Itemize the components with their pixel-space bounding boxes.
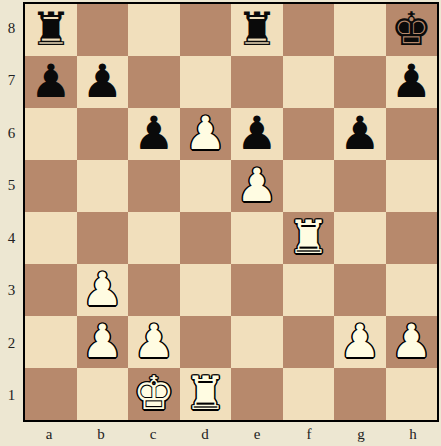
square-e3[interactable] [231,264,283,316]
square-b7[interactable]: ♟ [77,56,129,108]
rank-label-7: 7 [8,73,16,88]
square-e8[interactable]: ♜ [231,4,283,56]
piece-white-pawn[interactable]: ♟ [82,266,123,312]
square-c8[interactable] [128,4,180,56]
square-b4[interactable] [77,212,129,264]
piece-white-king[interactable]: ♚ [133,370,174,416]
square-b2[interactable]: ♟ [77,316,129,368]
square-e6[interactable]: ♟ [231,108,283,160]
square-d7[interactable] [180,56,232,108]
rank-label-8: 8 [8,21,16,36]
piece-white-pawn[interactable]: ♟ [185,110,226,156]
square-f2[interactable] [283,316,335,368]
square-c1[interactable]: ♚ [128,368,180,420]
square-a5[interactable] [25,160,77,212]
square-a8[interactable]: ♜ [25,4,77,56]
square-e2[interactable] [231,316,283,368]
square-b6[interactable] [77,108,129,160]
square-b1[interactable] [77,368,129,420]
piece-white-pawn[interactable]: ♟ [391,318,432,364]
square-h3[interactable] [386,264,438,316]
square-d1[interactable]: ♜ [180,368,232,420]
piece-black-rook[interactable]: ♜ [30,6,71,52]
file-label-f: f [307,427,312,442]
rank-label-2: 2 [8,336,16,351]
file-label-e: e [254,427,261,442]
square-b3[interactable]: ♟ [77,264,129,316]
piece-black-pawn[interactable]: ♟ [391,58,432,104]
square-f1[interactable] [283,368,335,420]
square-g6[interactable]: ♟ [334,108,386,160]
square-e1[interactable] [231,368,283,420]
square-h1[interactable] [386,368,438,420]
square-h2[interactable]: ♟ [386,316,438,368]
square-d5[interactable] [180,160,232,212]
piece-white-pawn[interactable]: ♟ [236,162,277,208]
square-b5[interactable] [77,160,129,212]
square-a4[interactable] [25,212,77,264]
square-c3[interactable] [128,264,180,316]
file-labels: abcdefgh [23,422,439,446]
square-f5[interactable] [283,160,335,212]
file-label-d: d [201,427,209,442]
square-a2[interactable] [25,316,77,368]
square-h4[interactable] [386,212,438,264]
piece-black-king[interactable]: ♚ [391,6,432,52]
square-a6[interactable] [25,108,77,160]
square-a3[interactable] [25,264,77,316]
square-h5[interactable] [386,160,438,212]
square-c6[interactable]: ♟ [128,108,180,160]
square-f4[interactable]: ♜ [283,212,335,264]
file-label-c: c [150,427,157,442]
piece-black-pawn[interactable]: ♟ [339,110,380,156]
square-g4[interactable] [334,212,386,264]
square-c2[interactable]: ♟ [128,316,180,368]
piece-black-pawn[interactable]: ♟ [30,58,71,104]
square-e4[interactable] [231,212,283,264]
square-a1[interactable] [25,368,77,420]
piece-white-rook[interactable]: ♜ [185,370,226,416]
square-g1[interactable] [334,368,386,420]
square-d2[interactable] [180,316,232,368]
file-label-b: b [97,427,105,442]
rank-label-4: 4 [8,231,16,246]
rank-labels: 87654321 [0,2,23,422]
square-g7[interactable] [334,56,386,108]
square-d6[interactable]: ♟ [180,108,232,160]
file-label-g: g [357,427,365,442]
square-c5[interactable] [128,160,180,212]
rank-label-5: 5 [8,178,16,193]
square-h8[interactable]: ♚ [386,4,438,56]
square-d3[interactable] [180,264,232,316]
square-c4[interactable] [128,212,180,264]
board: ♜♜♚♟♟♟♟♟♟♟♟♜♟♟♟♟♟♚♜ [23,2,439,422]
square-b8[interactable] [77,4,129,56]
square-h7[interactable]: ♟ [386,56,438,108]
square-h6[interactable] [386,108,438,160]
square-c7[interactable] [128,56,180,108]
rank-label-6: 6 [8,126,16,141]
square-a7[interactable]: ♟ [25,56,77,108]
rank-label-1: 1 [8,388,16,403]
file-label-a: a [46,427,53,442]
piece-black-pawn[interactable]: ♟ [236,110,277,156]
chess-diagram: 87654321 ♜♜♚♟♟♟♟♟♟♟♟♜♟♟♟♟♟♚♜ abcdefgh [0,0,441,446]
square-g8[interactable] [334,4,386,56]
square-f3[interactable] [283,264,335,316]
square-f7[interactable] [283,56,335,108]
rank-label-3: 3 [8,283,16,298]
piece-black-pawn[interactable]: ♟ [133,110,174,156]
piece-white-pawn[interactable]: ♟ [339,318,380,364]
square-g2[interactable]: ♟ [334,316,386,368]
square-d4[interactable] [180,212,232,264]
square-e5[interactable]: ♟ [231,160,283,212]
square-d8[interactable] [180,4,232,56]
piece-white-rook[interactable]: ♜ [288,214,329,260]
square-f8[interactable] [283,4,335,56]
piece-white-pawn[interactable]: ♟ [133,318,174,364]
square-f6[interactable] [283,108,335,160]
file-label-h: h [409,427,417,442]
piece-white-pawn[interactable]: ♟ [82,318,123,364]
square-e7[interactable] [231,56,283,108]
square-g5[interactable] [334,160,386,212]
square-g3[interactable] [334,264,386,316]
piece-black-pawn[interactable]: ♟ [82,58,123,104]
piece-black-rook[interactable]: ♜ [236,6,277,52]
